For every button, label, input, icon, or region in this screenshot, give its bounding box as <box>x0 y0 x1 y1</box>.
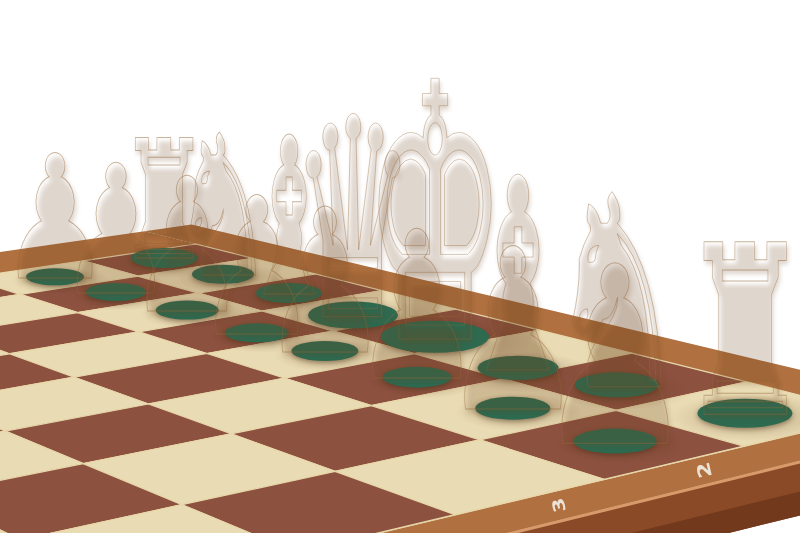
piece-glyph-h2: ♟ <box>504 234 725 481</box>
chess-photo-scene: 23 ♜♞♝♛♚♝♞♜♟♟♟♟♟♟♟♟ <box>0 0 800 533</box>
pawn-glyph: ♟ <box>535 234 694 481</box>
